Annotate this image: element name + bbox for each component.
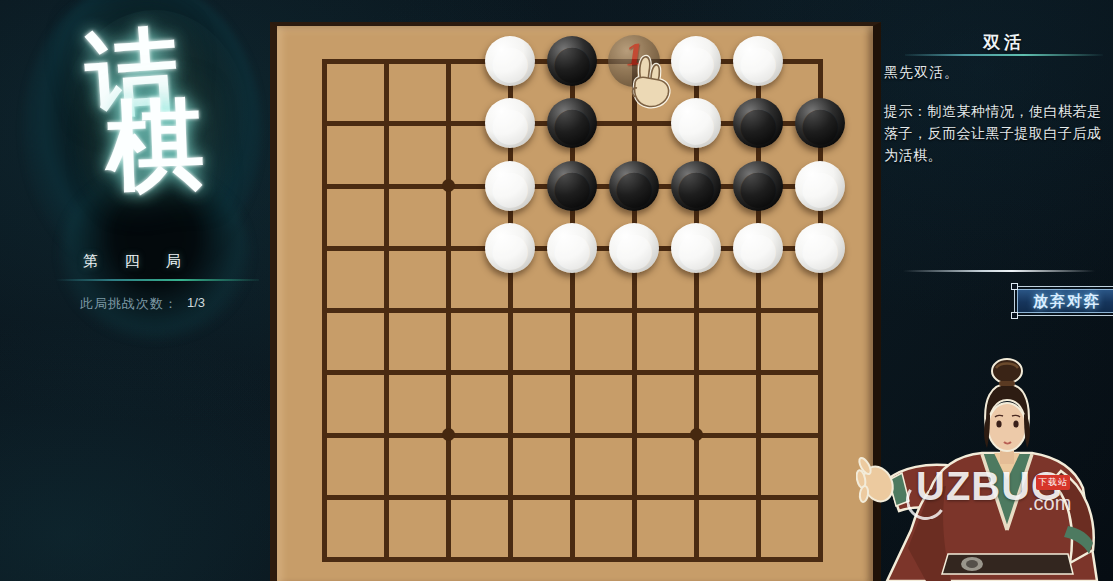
board-cell[interactable] [479,528,541,581]
board-cell[interactable] [293,341,355,403]
board-cell[interactable] [479,466,541,528]
sidebar-divider [55,279,259,281]
board-cell[interactable] [355,341,417,403]
puzzle-title: 双活 [905,31,1103,54]
button-corner-ornament [1011,312,1018,319]
board-cell[interactable] [293,217,355,279]
board-cell[interactable] [603,404,665,466]
board-cell[interactable] [417,155,479,217]
board-cell[interactable] [355,279,417,341]
board-cell[interactable] [293,92,355,154]
board-cell[interactable] [789,528,851,581]
stage-number-label: 第 四 局 [0,252,264,271]
board-cell[interactable] [541,279,603,341]
board-cell[interactable]: ● [665,217,727,279]
board-cell[interactable] [355,466,417,528]
board-cell[interactable] [355,528,417,581]
board-cell[interactable] [355,404,417,466]
board-cell[interactable] [417,341,479,403]
board-cell[interactable] [603,341,665,403]
white-stone: ● [485,223,535,273]
black-stone: ● [547,36,597,86]
board-cell[interactable]: ● [727,217,789,279]
board-cell[interactable]: ● [727,92,789,154]
challenge-count-label: 此局挑战次数： [80,295,178,313]
board-cell[interactable] [789,466,851,528]
board-cell[interactable] [789,404,851,466]
board-cell[interactable] [541,528,603,581]
board-cell[interactable]: ● [541,217,603,279]
white-stone: ● [485,98,535,148]
resign-game-button[interactable]: 放弃对弈 [1014,286,1113,316]
board-cell[interactable] [417,466,479,528]
board-cell[interactable]: ● [541,92,603,154]
white-stone: ● [671,223,721,273]
black-stone: ● [671,161,721,211]
board-cell[interactable]: ● [541,30,603,92]
black-stone: ● [547,98,597,148]
board-cell[interactable] [665,279,727,341]
board-cell[interactable] [479,341,541,403]
watermark-suffix: .com [1028,492,1071,515]
watermark: UZBUG 下载站 .com [912,462,1112,522]
board-cell[interactable] [479,279,541,341]
black-stone: ● [547,161,597,211]
resign-button-label: 放弃对弈 [1017,289,1113,313]
white-stone: ● [485,161,535,211]
board-cell[interactable] [355,217,417,279]
hand-cursor-icon [621,53,679,111]
board-cell[interactable]: ● [789,155,851,217]
board-cell[interactable] [479,404,541,466]
puzzle-objective: 黑先双活。 [884,64,1110,82]
watermark-badge: 下载站 [1036,475,1070,490]
board-cell[interactable] [603,528,665,581]
board-cell[interactable] [417,528,479,581]
white-stone: ● [485,36,535,86]
board-cell[interactable] [727,466,789,528]
white-stone: ● [795,223,845,273]
title-underline [905,54,1103,56]
board-cell[interactable]: ● [603,217,665,279]
black-stone: ● [733,161,783,211]
board-cell[interactable] [293,30,355,92]
board-cell[interactable]: ● [665,155,727,217]
go-board[interactable]: ●●1●●●●●●●●●●●●●●●●●●● [270,22,881,581]
board-cell[interactable] [293,155,355,217]
logo-character-2: 棋 [104,94,205,195]
white-stone: ● [795,161,845,211]
board-cell[interactable] [541,341,603,403]
white-stone: ● [609,223,659,273]
board-cell[interactable] [417,30,479,92]
board-cell[interactable] [665,404,727,466]
board-cell[interactable] [603,279,665,341]
board-cell[interactable] [293,466,355,528]
board-cell[interactable] [293,279,355,341]
board-cell[interactable]: ● [789,217,851,279]
board-cell[interactable] [355,155,417,217]
black-stone: ● [609,161,659,211]
board-cell[interactable]: ● [479,217,541,279]
board-cell[interactable] [355,30,417,92]
board-cell[interactable] [727,341,789,403]
board-cell[interactable] [789,341,851,403]
board-cell[interactable]: ● [727,155,789,217]
challenge-count-value: 1/3 [187,295,205,310]
board-cell[interactable]: ● [603,155,665,217]
board-cell[interactable] [665,528,727,581]
board-cell[interactable] [417,404,479,466]
board-cell[interactable] [355,92,417,154]
board-cell[interactable] [417,279,479,341]
white-stone: ● [547,223,597,273]
board-cell[interactable] [293,528,355,581]
board-cell[interactable] [417,92,479,154]
board-cell[interactable] [603,466,665,528]
board-cell[interactable] [789,279,851,341]
board-cell[interactable]: ● [479,155,541,217]
board-cell[interactable] [665,466,727,528]
board-cell[interactable] [727,528,789,581]
board-cell[interactable]: ● [541,155,603,217]
panel-divider [903,270,1101,272]
black-stone: ● [795,98,845,148]
board-cell[interactable] [727,279,789,341]
black-stone: ● [733,98,783,148]
white-stone: ● [733,36,783,86]
board-cell[interactable]: ● [479,92,541,154]
board-cell[interactable]: ● [479,30,541,92]
board-cell[interactable]: ● [727,30,789,92]
board-cell[interactable] [727,404,789,466]
stone-layer: ●●1●●●●●●●●●●●●●●●●●●● [293,30,851,581]
board-cell[interactable] [789,30,851,92]
button-corner-ornament [1011,283,1018,290]
board-cell[interactable] [665,341,727,403]
puzzle-hint: 提示：制造某种情况，使白棋若是落子，反而会让黑子提取白子后成为活棋。 [884,100,1112,166]
game-screen: 诘 棋 第 四 局 此局挑战次数： 1/3 ●●1●●●●●●●●●●●●●●●… [0,0,1113,581]
board-cell[interactable] [293,404,355,466]
board-cell[interactable] [541,466,603,528]
board-cell[interactable] [417,217,479,279]
board-cell[interactable] [541,404,603,466]
board-cell[interactable]: ● [789,92,851,154]
white-stone: ● [733,223,783,273]
